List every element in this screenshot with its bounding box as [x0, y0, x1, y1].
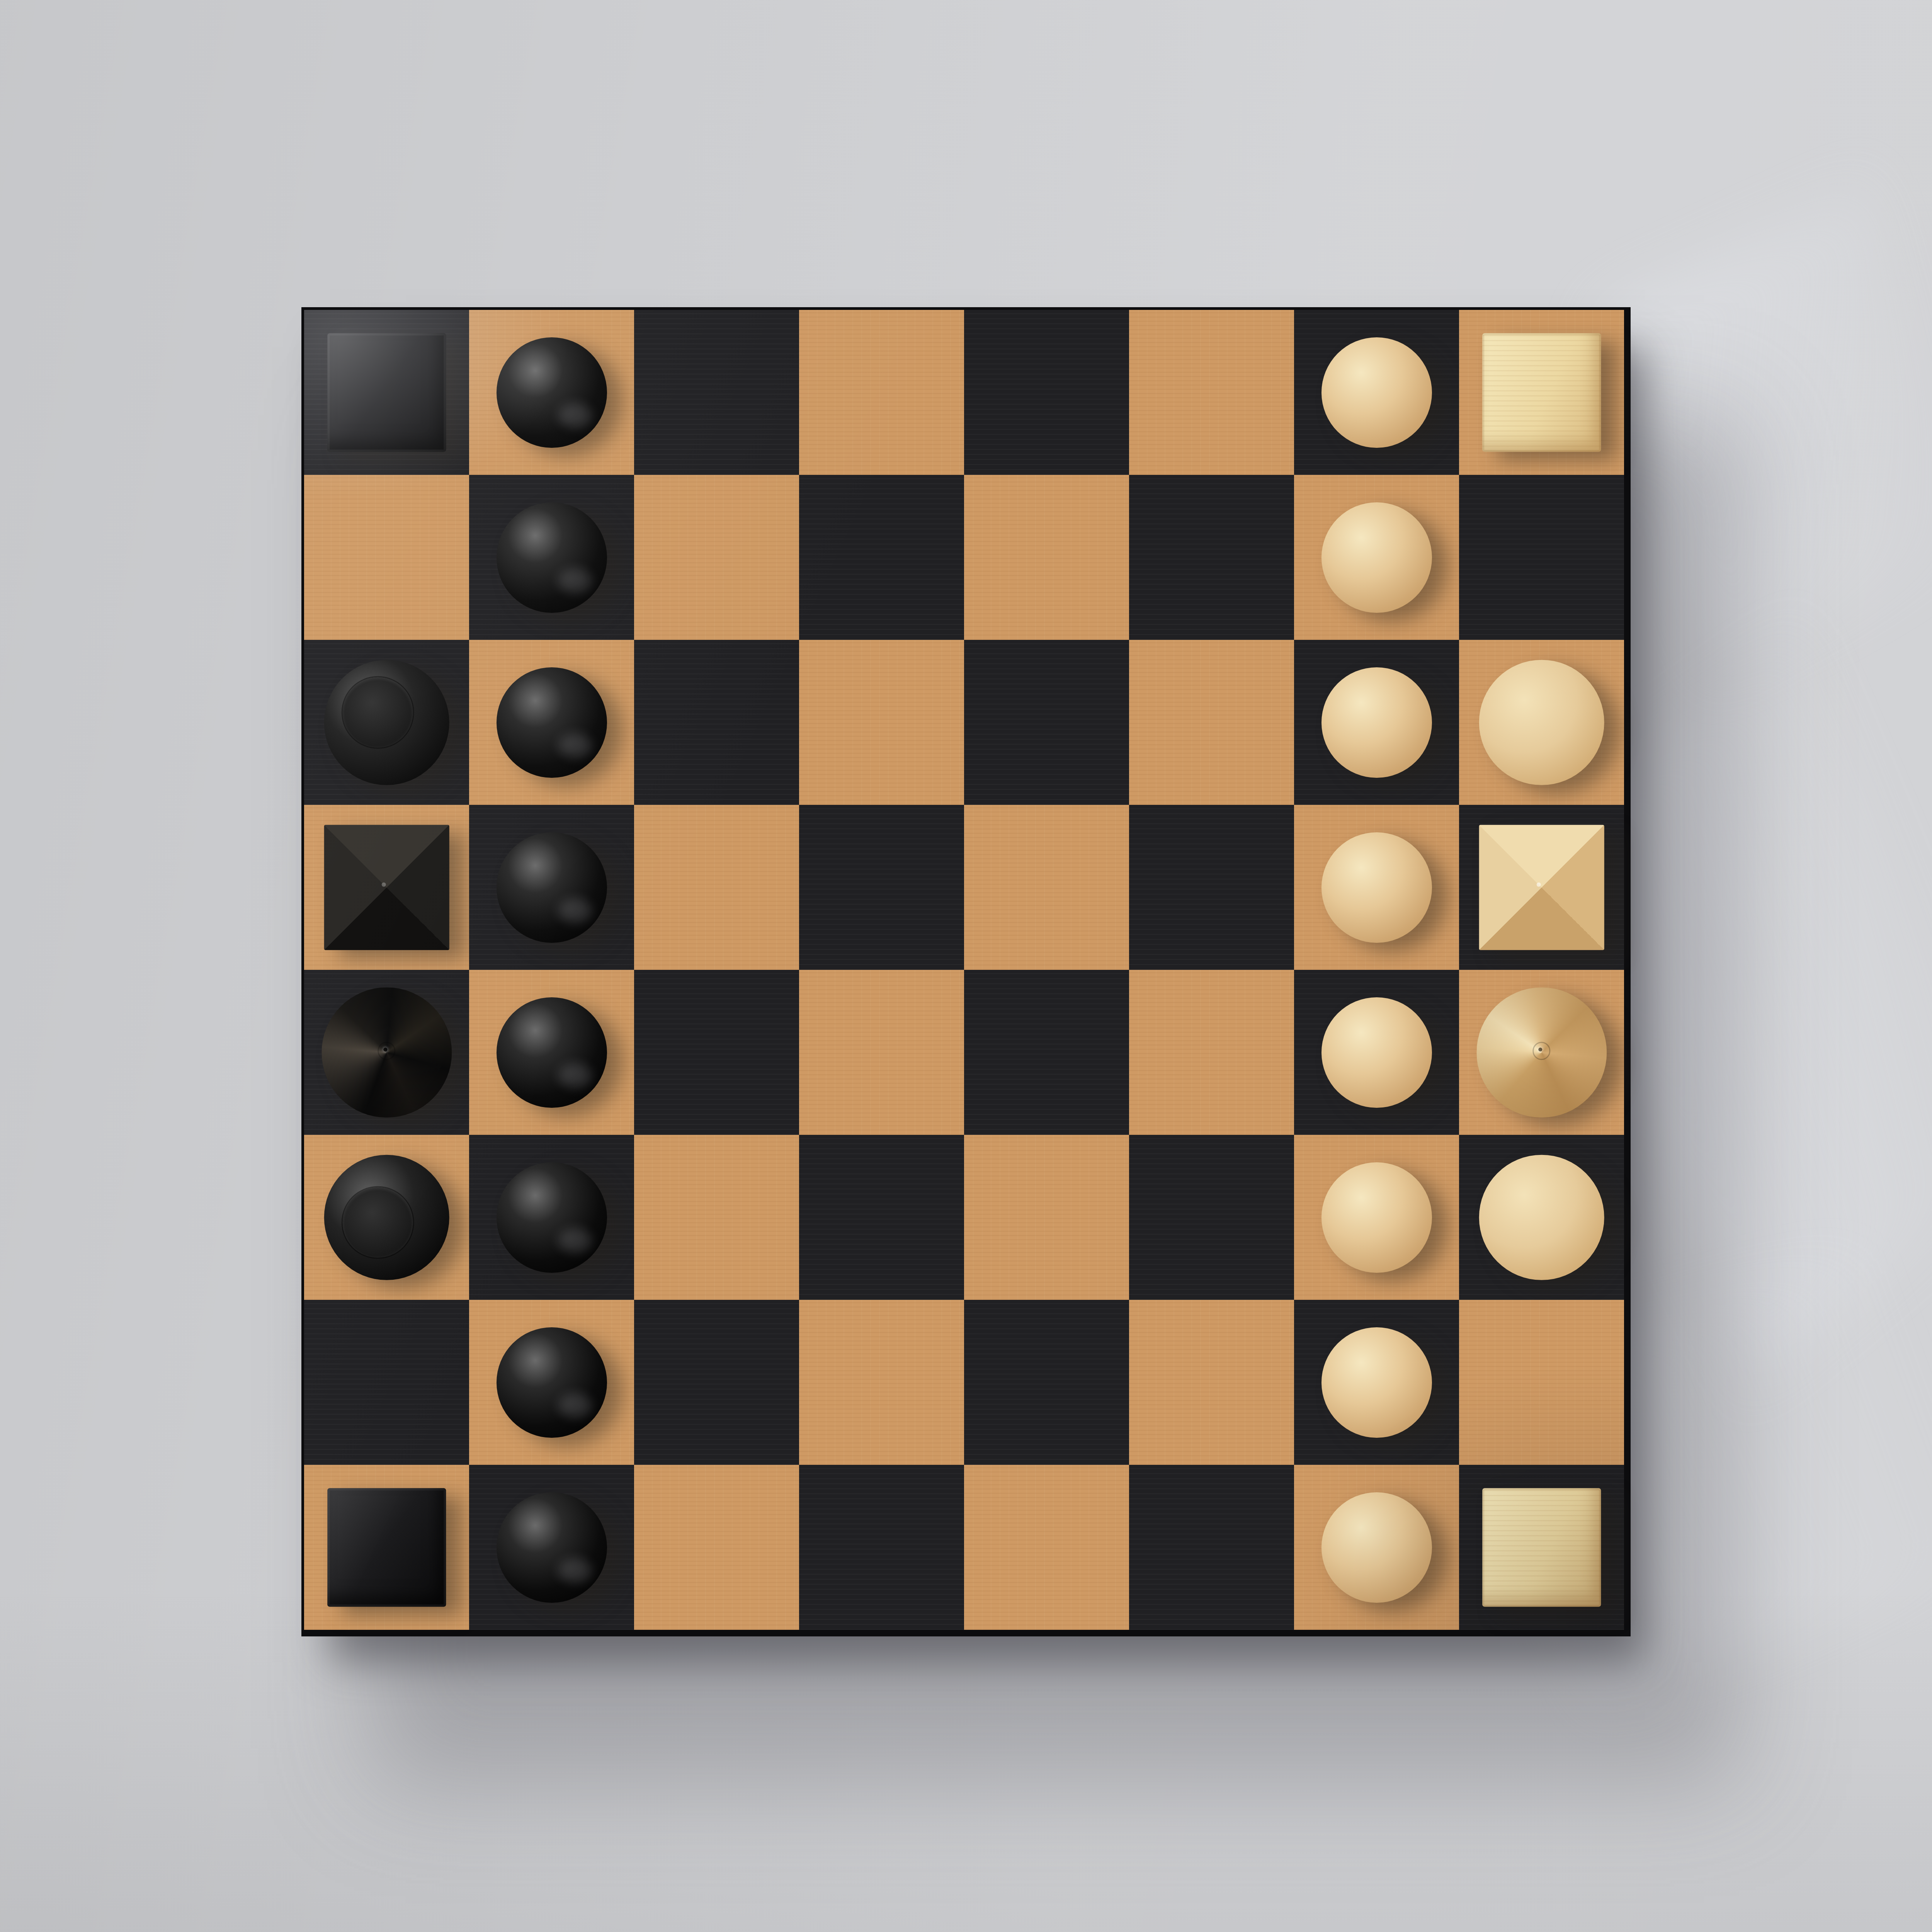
white-rook[interactable]	[1482, 1488, 1601, 1607]
black-pawn[interactable]	[496, 1492, 607, 1602]
square-r6-c4[interactable]	[799, 1135, 964, 1300]
square-r3-c1[interactable]	[304, 640, 469, 805]
white-pawn[interactable]	[1321, 502, 1432, 612]
square-r1-c2[interactable]	[469, 310, 634, 475]
black-pawn[interactable]	[496, 1162, 607, 1272]
square-r2-c4[interactable]	[799, 475, 964, 640]
square-r3-c2[interactable]	[469, 640, 634, 805]
square-r2-c6[interactable]	[1129, 475, 1294, 640]
square-r3-c3[interactable]	[634, 640, 799, 805]
white-queen[interactable]	[1476, 987, 1607, 1117]
square-r5-c8[interactable]	[1459, 970, 1624, 1135]
square-r8-c1[interactable]	[304, 1465, 469, 1630]
square-r3-c4[interactable]	[799, 640, 964, 805]
square-r5-c6[interactable]	[1129, 970, 1294, 1135]
bishop-disc	[1515, 677, 1585, 748]
white-rook[interactable]	[1482, 333, 1601, 452]
square-r6-c7[interactable]	[1294, 1135, 1459, 1300]
black-pawn[interactable]	[496, 832, 607, 942]
bishop-disc	[343, 1187, 413, 1258]
square-r4-c2[interactable]	[469, 805, 634, 970]
black-pawn[interactable]	[496, 502, 607, 612]
square-r2-c5[interactable]	[964, 475, 1129, 640]
white-pawn[interactable]	[1321, 337, 1432, 447]
square-r8-c4[interactable]	[799, 1465, 964, 1630]
square-r1-c4[interactable]	[799, 310, 964, 475]
chess-board	[301, 307, 1631, 1636]
square-r3-c8[interactable]	[1459, 640, 1624, 805]
square-r1-c6[interactable]	[1129, 310, 1294, 475]
bishop-disc	[343, 677, 413, 748]
white-king[interactable]	[1479, 825, 1604, 950]
square-r6-c8[interactable]	[1459, 1135, 1624, 1300]
square-r5-c1[interactable]	[304, 970, 469, 1135]
black-king[interactable]	[324, 825, 449, 950]
black-pawn[interactable]	[496, 337, 607, 447]
black-bishop[interactable]	[324, 1155, 449, 1280]
square-r7-c8[interactable]	[1459, 1300, 1624, 1465]
square-r7-c3[interactable]	[634, 1300, 799, 1465]
square-r8-c6[interactable]	[1129, 1465, 1294, 1630]
square-r2-c8[interactable]	[1459, 475, 1624, 640]
black-pawn[interactable]	[496, 667, 607, 777]
square-r4-c8[interactable]	[1459, 805, 1624, 970]
bishop-disc	[1515, 1187, 1585, 1258]
square-r8-c2[interactable]	[469, 1465, 634, 1630]
square-r5-c3[interactable]	[634, 970, 799, 1135]
black-rook[interactable]	[327, 333, 446, 452]
square-r7-c1[interactable]	[304, 1300, 469, 1465]
square-r2-c7[interactable]	[1294, 475, 1459, 640]
square-r1-c3[interactable]	[634, 310, 799, 475]
black-pawn[interactable]	[496, 1327, 607, 1437]
square-r8-c5[interactable]	[964, 1465, 1129, 1630]
square-r4-c4[interactable]	[799, 805, 964, 970]
square-r2-c3[interactable]	[634, 475, 799, 640]
square-r5-c2[interactable]	[469, 970, 634, 1135]
square-r8-c7[interactable]	[1294, 1465, 1459, 1630]
square-r1-c1[interactable]	[304, 310, 469, 475]
square-r5-c5[interactable]	[964, 970, 1129, 1135]
white-pawn[interactable]	[1321, 1327, 1432, 1437]
square-r7-c2[interactable]	[469, 1300, 634, 1465]
square-r2-c2[interactable]	[469, 475, 634, 640]
black-queen[interactable]	[321, 987, 452, 1117]
white-pawn[interactable]	[1321, 667, 1432, 777]
square-r6-c6[interactable]	[1129, 1135, 1294, 1300]
square-r5-c4[interactable]	[799, 970, 964, 1135]
white-pawn[interactable]	[1321, 1162, 1432, 1272]
board-grid	[304, 310, 1624, 1630]
square-r5-c7[interactable]	[1294, 970, 1459, 1135]
white-bishop[interactable]	[1479, 1155, 1604, 1280]
square-r4-c6[interactable]	[1129, 805, 1294, 970]
white-pawn[interactable]	[1321, 1492, 1432, 1602]
square-r6-c5[interactable]	[964, 1135, 1129, 1300]
square-r4-c3[interactable]	[634, 805, 799, 970]
white-pawn[interactable]	[1321, 997, 1432, 1107]
square-r4-c7[interactable]	[1294, 805, 1459, 970]
square-r6-c2[interactable]	[469, 1135, 634, 1300]
square-r8-c8[interactable]	[1459, 1465, 1624, 1630]
square-r4-c5[interactable]	[964, 805, 1129, 970]
square-r2-c1[interactable]	[304, 475, 469, 640]
black-pawn[interactable]	[496, 997, 607, 1107]
square-r7-c4[interactable]	[799, 1300, 964, 1465]
square-r3-c6[interactable]	[1129, 640, 1294, 805]
black-bishop[interactable]	[324, 660, 449, 785]
square-r7-c5[interactable]	[964, 1300, 1129, 1465]
square-r1-c5[interactable]	[964, 310, 1129, 475]
square-r8-c3[interactable]	[634, 1465, 799, 1630]
square-r4-c1[interactable]	[304, 805, 469, 970]
square-r3-c5[interactable]	[964, 640, 1129, 805]
black-rook[interactable]	[327, 1488, 446, 1607]
square-r6-c3[interactable]	[634, 1135, 799, 1300]
square-r1-c8[interactable]	[1459, 310, 1624, 475]
square-r6-c1[interactable]	[304, 1135, 469, 1300]
square-r7-c6[interactable]	[1129, 1300, 1294, 1465]
square-r1-c7[interactable]	[1294, 310, 1459, 475]
white-pawn[interactable]	[1321, 832, 1432, 942]
square-r3-c7[interactable]	[1294, 640, 1459, 805]
white-bishop[interactable]	[1479, 660, 1604, 785]
square-r7-c7[interactable]	[1294, 1300, 1459, 1465]
